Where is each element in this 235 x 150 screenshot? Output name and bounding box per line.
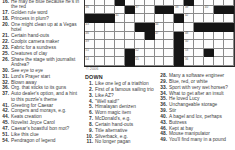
grid-cell[interactable] — [115, 23, 125, 32]
clue-number: 54. — [1, 138, 9, 143]
clue-number: 44. — [1, 114, 9, 119]
clue-number: 51. — [1, 132, 9, 137]
down-clue-49: 49.You'll find many in a pound — [159, 137, 234, 142]
down-clues-column-1: 1.Like one leg of a triathlon2.First of … — [85, 81, 158, 145]
grid-cell[interactable] — [105, 49, 115, 58]
across-clue-51: 51.Like this clue — [1, 132, 82, 137]
clue-number: 18. — [1, 16, 9, 21]
grid-cell[interactable]: 40 — [204, 6, 214, 15]
clue-number: 16. — [1, 0, 9, 4]
cell-number: 42 — [185, 14, 188, 17]
grid-cell[interactable] — [204, 14, 214, 23]
black-cell — [174, 40, 184, 49]
down-clue-4: 4."Well said!" — [85, 99, 158, 104]
clue-number: 10. — [85, 134, 93, 139]
down-clue-48: 48.Mouse manipulator — [159, 131, 234, 136]
grid-cell[interactable] — [145, 6, 155, 15]
grid-cell[interactable]: 56 — [184, 57, 194, 66]
crossword-grid: 3637383940414243444647484950515253545556 — [84, 0, 235, 67]
black-cell — [164, 6, 174, 15]
black-cell — [174, 14, 184, 23]
across-clue-25: 25.Creatures of clay — [1, 51, 82, 56]
clue-number: 1. — [85, 81, 93, 86]
down-clue-28: 28.Many a software engineer — [159, 73, 234, 78]
down-clue-40: 40.A bagel and lox, perhaps — [159, 114, 234, 119]
across-clue-17: 17.Golden rule word — [1, 10, 82, 15]
across-clue-20: 20.One might clean up at a Vegas hotel — [1, 22, 82, 33]
grid-cell[interactable] — [95, 23, 105, 32]
grid-cell[interactable] — [224, 57, 234, 66]
grid-cell[interactable] — [95, 32, 105, 41]
black-cell — [155, 6, 165, 15]
across-clue-42: 42.Congers and morays, e.g. — [1, 108, 82, 113]
black-cell — [174, 32, 184, 41]
black-cell — [204, 23, 214, 32]
grid-cell[interactable] — [194, 14, 204, 23]
clue-number: 7. — [85, 116, 93, 121]
clue-number: 33. — [159, 85, 167, 90]
grid-cell[interactable] — [95, 49, 105, 58]
down-clues-header: DOWN — [85, 74, 103, 80]
down-clue-8: 8.Certain hand-outs — [85, 122, 158, 127]
grid-cell[interactable]: 54 — [85, 57, 95, 66]
across-clue-47: 47.Caesar's boastful bon mot? — [1, 126, 82, 131]
clue-number: 30. — [1, 68, 9, 73]
across-clue-16: 16.He may be blue because he's in the re… — [1, 0, 82, 10]
black-cell — [204, 49, 214, 58]
grid-cell[interactable] — [194, 49, 204, 58]
cell-number: 38 — [175, 6, 178, 9]
grid-cell[interactable] — [164, 14, 174, 23]
down-clue-10: 10.Silverback, e.g. — [85, 134, 158, 139]
black-cell — [214, 6, 224, 15]
cell-number: 56 — [185, 58, 188, 61]
clue-number: 23. — [1, 45, 9, 50]
grid-cell[interactable] — [194, 57, 204, 66]
down-clue-35: 35.He loved Lucy — [159, 96, 234, 101]
black-cell — [224, 23, 234, 32]
cell-number: 50 — [185, 40, 188, 43]
cell-number: 51 — [86, 49, 89, 52]
clue-number: 8. — [85, 122, 93, 127]
grid-cell[interactable] — [155, 40, 165, 49]
clue-number: 11. — [85, 139, 93, 144]
black-cell — [174, 49, 184, 58]
across-clue-36: 36.Org. that sticks to its guns — [1, 85, 82, 90]
grid-cell[interactable] — [214, 40, 224, 49]
grid-cell[interactable]: 37 — [135, 6, 145, 15]
grid-cell[interactable] — [125, 40, 135, 49]
clue-number: 41. — [1, 103, 9, 108]
cell-number: 37 — [135, 6, 138, 9]
black-cell — [145, 32, 155, 41]
grid-cell[interactable] — [224, 40, 234, 49]
grid-cell[interactable] — [145, 40, 155, 49]
grid-cell[interactable] — [164, 40, 174, 49]
down-clue-39: 39.Stir — [159, 108, 234, 113]
clue-number: 2. — [85, 87, 93, 92]
grid-cell[interactable] — [145, 49, 155, 58]
cell-number: 54 — [86, 58, 89, 61]
grid-cell[interactable] — [95, 40, 105, 49]
across-clue-54: 54.Pendragon of legend — [1, 138, 82, 143]
down-clue-46: 46.Kept at bay — [159, 126, 234, 131]
black-cell — [105, 14, 115, 23]
clue-number: 31. — [1, 74, 9, 79]
down-clue-33: 33.Sport with very wet horses? — [159, 85, 234, 90]
black-cell — [125, 57, 135, 66]
across-clue-45: 45.Novelist Joyce Carol — [1, 120, 82, 125]
grid-cell[interactable] — [115, 32, 125, 41]
grid-cell[interactable] — [204, 57, 214, 66]
grid-cell[interactable] — [95, 57, 105, 66]
grid-cell[interactable] — [224, 49, 234, 58]
grid-cell[interactable] — [155, 57, 165, 66]
grid-cell[interactable] — [115, 49, 125, 58]
grid-cell[interactable] — [214, 57, 224, 66]
grid-cell[interactable] — [164, 32, 174, 41]
grid-cell[interactable] — [145, 57, 155, 66]
clue-number: 25. — [1, 51, 9, 56]
cell-number: 47 — [155, 32, 158, 35]
down-clue-3: 3.Like AZ? — [85, 93, 158, 98]
across-clue-31: 31.Lord's Prayer start — [1, 74, 82, 79]
down-clue-9: 9.Title alternative — [85, 128, 158, 133]
grid-cell[interactable] — [224, 32, 234, 41]
grid-cell[interactable] — [164, 57, 174, 66]
down-clues-column-2: 28.Many a software engineer29.Blue, red,… — [159, 73, 234, 143]
down-clue-43: 43.Buttress — [159, 120, 234, 125]
grid-cell[interactable] — [135, 32, 145, 41]
clue-number: 4. — [85, 99, 93, 104]
cell-number: 49 — [86, 40, 89, 43]
clue-number: 47. — [1, 126, 9, 131]
grid-cell[interactable]: 55 — [135, 57, 145, 66]
down-clue-7: 7.McDonald's, e.g. — [85, 116, 158, 121]
down-clue-1: 1.Like one leg of a triathlon — [85, 81, 158, 86]
clue-number: 17. — [1, 10, 9, 15]
clue-number: 3. — [85, 93, 93, 98]
black-cell — [214, 23, 224, 32]
down-clue-5: 5.Himalayan denizen — [85, 104, 158, 109]
clue-number: 9. — [85, 128, 93, 133]
grid-cell[interactable] — [105, 6, 115, 15]
grid-cell[interactable] — [194, 32, 204, 41]
cell-number: 55 — [135, 58, 138, 61]
grid-cell[interactable] — [204, 40, 214, 49]
grid-cell[interactable]: 38 — [174, 6, 184, 15]
clue-number: 26. — [1, 57, 9, 62]
down-clue-29: 29.Blue, red, or white — [159, 79, 234, 84]
black-cell — [125, 6, 135, 15]
down-clue-34: 34.What to get after an insult — [159, 91, 234, 96]
clue-number: 43. — [159, 120, 167, 125]
grid-cell[interactable] — [115, 57, 125, 66]
cell-number: 44 — [155, 23, 158, 26]
clue-number: 21. — [1, 33, 9, 38]
grid-cell[interactable]: 42 — [184, 14, 194, 23]
clue-number: 40. — [159, 114, 167, 119]
cell-number: 46 — [86, 32, 89, 35]
grid-cell[interactable] — [105, 23, 115, 32]
grid-cell[interactable] — [224, 14, 234, 23]
black-cell — [135, 23, 145, 32]
grid-cell[interactable] — [145, 14, 155, 23]
clue-number: 32. — [1, 80, 9, 85]
down-clue-2: 2.First of a famous sailing trio — [85, 87, 158, 92]
clue-number: 39. — [159, 108, 167, 113]
grid-cell[interactable] — [194, 40, 204, 49]
across-clue-22: 22.Coolpix camera maker — [1, 39, 82, 44]
clue-number: 42. — [1, 108, 9, 113]
grid-cell[interactable]: 47 — [155, 32, 165, 41]
clue-number: 5. — [85, 104, 93, 109]
grid-cell[interactable] — [164, 49, 174, 58]
cell-number: 48 — [185, 32, 188, 35]
grid-cell[interactable] — [115, 40, 125, 49]
cell-number: 52 — [135, 49, 138, 52]
black-cell — [125, 49, 135, 58]
grid-cell[interactable] — [105, 40, 115, 49]
cell-number: 53 — [185, 49, 188, 52]
across-clue-21: 21.Certain hand-outs — [1, 33, 82, 38]
cell-number: 36 — [86, 6, 89, 9]
clue-number: 45. — [1, 120, 9, 125]
grid-cell[interactable] — [95, 6, 105, 15]
across-clue-41: 41.Greeting for Caesar — [1, 103, 82, 108]
across-clue-37: 37.Auto dealer's option, and a hint to t… — [1, 91, 82, 102]
across-clue-30: 30.See eye to eye — [1, 68, 82, 73]
grid-cell[interactable] — [194, 6, 204, 15]
grid-cell[interactable] — [135, 14, 145, 23]
clue-number: 28. — [159, 73, 167, 78]
black-cell — [194, 23, 204, 32]
cell-number: 40 — [205, 6, 208, 9]
grid-cell[interactable] — [164, 23, 174, 32]
clue-number: 36. — [159, 102, 167, 107]
clue-number: 48. — [159, 131, 167, 136]
grid-cell[interactable] — [174, 23, 184, 32]
copyright-text: © 2006 — [86, 67, 98, 71]
clue-number: 20. — [1, 22, 9, 27]
grid-cell[interactable] — [105, 32, 115, 41]
black-cell — [224, 6, 234, 15]
black-cell — [174, 57, 184, 66]
across-clues-column: 16.He may be blue because he's in the re… — [1, 0, 82, 144]
cell-number: 43 — [86, 23, 89, 26]
cell-number: 41 — [115, 14, 118, 17]
across-clue-23: 23.Fabric for a sundress — [1, 45, 82, 50]
across-clue-26: 26.Share the stage with journalist Andre… — [1, 57, 82, 68]
grid-cell[interactable] — [214, 14, 224, 23]
clue-number: 6. — [85, 110, 93, 115]
down-clue-36: 36.Unchangeable storage — [159, 102, 234, 107]
clue-number: 35. — [159, 96, 167, 101]
grid-cell[interactable] — [125, 23, 135, 32]
grid-cell[interactable] — [214, 32, 224, 41]
down-clue-11: 11.No longer pagan — [85, 139, 158, 144]
across-clue-18: 18.Princess in plum? — [1, 16, 82, 21]
grid-cell[interactable] — [125, 32, 135, 41]
clue-number: 46. — [159, 126, 167, 131]
clue-number: 22. — [1, 39, 9, 44]
black-cell — [145, 23, 155, 32]
grid-cell[interactable] — [125, 14, 135, 23]
across-clue-32: 32.Blown away — [1, 80, 82, 85]
across-clue-44: 44.Keats creation — [1, 114, 82, 119]
grid-cell[interactable] — [214, 49, 224, 58]
clue-number: 36. — [1, 85, 9, 90]
clue-number: 37. — [1, 91, 9, 96]
grid-cell[interactable]: 41 — [115, 14, 125, 23]
grid-cell[interactable]: 36 — [85, 6, 95, 15]
cell-number: 39 — [185, 6, 188, 9]
clue-number: 29. — [159, 79, 167, 84]
black-cell — [95, 14, 105, 23]
down-clue-6: 6.Worn magic item — [85, 110, 158, 115]
grid-cell[interactable] — [204, 32, 214, 41]
grid-cell[interactable] — [155, 49, 165, 58]
grid-cell[interactable] — [105, 57, 115, 66]
clue-number: 34. — [159, 91, 167, 96]
clue-number: 49. — [159, 137, 167, 142]
